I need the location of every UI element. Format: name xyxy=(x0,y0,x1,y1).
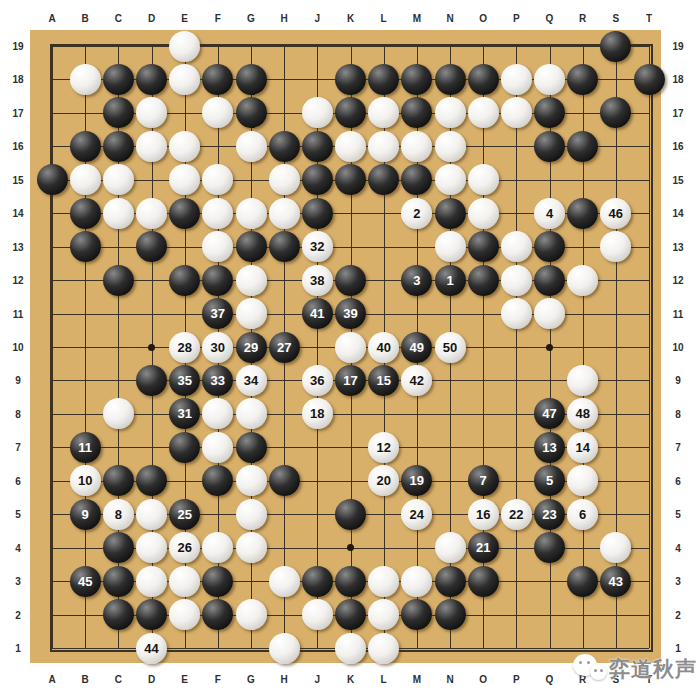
stone-K3 xyxy=(335,566,366,597)
col-label-bottom-H: H xyxy=(281,674,288,685)
stone-E2 xyxy=(169,599,200,630)
stone-J3 xyxy=(302,566,333,597)
col-label-bottom-N: N xyxy=(446,674,453,685)
watermark-text: 弈道秋声 xyxy=(609,655,697,683)
stone-E5: 25 xyxy=(169,499,200,530)
stone-R3 xyxy=(567,566,598,597)
stone-E3 xyxy=(169,566,200,597)
stone-O12 xyxy=(468,265,499,296)
stone-D14 xyxy=(136,198,167,229)
stone-N16 xyxy=(435,131,466,162)
stone-J11: 41 xyxy=(302,298,333,329)
stone-P5: 22 xyxy=(501,499,532,530)
stone-K12 xyxy=(335,265,366,296)
stone-N2 xyxy=(435,599,466,630)
stone-H13 xyxy=(269,231,300,262)
stone-K11: 39 xyxy=(335,298,366,329)
stone-E12 xyxy=(169,265,200,296)
star-point-Q10 xyxy=(546,344,553,351)
row-label-left-5: 5 xyxy=(15,509,21,520)
row-label-right-5: 5 xyxy=(675,509,681,520)
col-label-top-B: B xyxy=(82,13,89,24)
stone-C14 xyxy=(103,198,134,229)
stone-O17 xyxy=(468,97,499,128)
stone-K16 xyxy=(335,131,366,162)
stone-E16 xyxy=(169,131,200,162)
row-label-right-6: 6 xyxy=(675,475,681,486)
stone-K2 xyxy=(335,599,366,630)
col-label-top-K: K xyxy=(347,13,354,24)
col-label-bottom-D: D xyxy=(148,674,155,685)
watermark: 弈道秋声 xyxy=(573,650,695,688)
stone-N18 xyxy=(435,64,466,95)
col-label-top-H: H xyxy=(281,13,288,24)
row-label-right-18: 18 xyxy=(672,74,683,85)
stone-Q12 xyxy=(534,265,565,296)
stone-N17 xyxy=(435,97,466,128)
stone-E19 xyxy=(169,31,200,62)
stone-C5: 8 xyxy=(103,499,134,530)
stone-B3: 45 xyxy=(70,566,101,597)
col-label-top-C: C xyxy=(115,13,122,24)
stone-D18 xyxy=(136,64,167,95)
row-label-left-1: 1 xyxy=(15,643,21,654)
stone-G9: 34 xyxy=(236,365,267,396)
row-label-right-7: 7 xyxy=(675,442,681,453)
stone-B5: 9 xyxy=(70,499,101,530)
stone-C12 xyxy=(103,265,134,296)
stone-Q13 xyxy=(534,231,565,262)
stone-O4: 21 xyxy=(468,532,499,563)
stone-O6: 7 xyxy=(468,465,499,496)
row-label-left-16: 16 xyxy=(12,141,23,152)
col-label-bottom-J: J xyxy=(315,674,321,685)
stone-C18 xyxy=(103,64,134,95)
row-label-left-9: 9 xyxy=(15,375,21,386)
stone-C3 xyxy=(103,566,134,597)
stone-N3 xyxy=(435,566,466,597)
col-label-top-E: E xyxy=(181,13,188,24)
col-label-top-F: F xyxy=(215,13,221,24)
stone-G6 xyxy=(236,465,267,496)
stone-F3 xyxy=(202,566,233,597)
stone-H3 xyxy=(269,566,300,597)
stone-N12: 1 xyxy=(435,265,466,296)
row-label-right-8: 8 xyxy=(675,408,681,419)
col-label-bottom-L: L xyxy=(381,674,387,685)
row-label-left-13: 13 xyxy=(12,241,23,252)
col-label-top-J: J xyxy=(315,13,321,24)
stone-N10: 50 xyxy=(435,332,466,363)
stone-Q11 xyxy=(534,298,565,329)
stone-B15 xyxy=(70,164,101,195)
row-label-left-4: 4 xyxy=(15,542,21,553)
stone-N15 xyxy=(435,164,466,195)
stone-B16 xyxy=(70,131,101,162)
stone-P11 xyxy=(501,298,532,329)
stone-P18 xyxy=(501,64,532,95)
col-label-bottom-M: M xyxy=(413,674,421,685)
stone-N4 xyxy=(435,532,466,563)
stone-G8 xyxy=(236,398,267,429)
stone-F12 xyxy=(202,265,233,296)
stone-O18 xyxy=(468,64,499,95)
board: 2446323831374139283029274049503533343617… xyxy=(30,30,661,663)
stone-G2 xyxy=(236,599,267,630)
stone-H1 xyxy=(269,633,300,664)
row-label-right-19: 19 xyxy=(672,41,683,52)
row-label-left-10: 10 xyxy=(12,342,23,353)
row-label-left-14: 14 xyxy=(12,208,23,219)
stone-J17 xyxy=(302,97,333,128)
stone-L2 xyxy=(368,599,399,630)
stone-M14: 2 xyxy=(401,198,432,229)
stone-O15 xyxy=(468,164,499,195)
stone-Q5: 23 xyxy=(534,499,565,530)
stone-B13 xyxy=(70,231,101,262)
row-label-right-12: 12 xyxy=(672,275,683,286)
stone-H10: 27 xyxy=(269,332,300,363)
stone-P13 xyxy=(501,231,532,262)
stone-Q7: 13 xyxy=(534,432,565,463)
stone-R7: 14 xyxy=(567,432,598,463)
stone-C16 xyxy=(103,131,134,162)
stone-J12: 38 xyxy=(302,265,333,296)
col-label-top-P: P xyxy=(513,13,520,24)
col-label-bottom-A: A xyxy=(48,674,55,685)
stone-T18 xyxy=(634,64,665,95)
stone-B18 xyxy=(70,64,101,95)
stone-Q18 xyxy=(534,64,565,95)
stone-O14 xyxy=(468,198,499,229)
stone-M10: 49 xyxy=(401,332,432,363)
stone-M3 xyxy=(401,566,432,597)
stone-S3: 43 xyxy=(600,566,631,597)
stone-J2 xyxy=(302,599,333,630)
col-label-top-Q: Q xyxy=(546,13,554,24)
row-label-left-18: 18 xyxy=(12,74,23,85)
row-label-left-11: 11 xyxy=(13,308,24,319)
stone-S14: 46 xyxy=(600,198,631,229)
stone-L16 xyxy=(368,131,399,162)
stone-C6 xyxy=(103,465,134,496)
col-label-top-N: N xyxy=(446,13,453,24)
stone-K5 xyxy=(335,499,366,530)
row-label-right-3: 3 xyxy=(675,576,681,587)
col-label-bottom-F: F xyxy=(215,674,221,685)
stone-L10: 40 xyxy=(368,332,399,363)
stone-M16 xyxy=(401,131,432,162)
row-label-right-9: 9 xyxy=(675,375,681,386)
stone-D4 xyxy=(136,532,167,563)
col-label-top-S: S xyxy=(612,13,619,24)
row-label-right-2: 2 xyxy=(675,609,681,620)
stone-R9 xyxy=(567,365,598,396)
stone-D3 xyxy=(136,566,167,597)
stone-J15 xyxy=(302,164,333,195)
stone-G14 xyxy=(236,198,267,229)
stone-G13 xyxy=(236,231,267,262)
col-label-top-D: D xyxy=(148,13,155,24)
col-label-bottom-C: C xyxy=(115,674,122,685)
stone-J8: 18 xyxy=(302,398,333,429)
col-label-top-T: T xyxy=(646,13,652,24)
stone-E7 xyxy=(169,432,200,463)
stone-G10: 29 xyxy=(236,332,267,363)
stone-C8 xyxy=(103,398,134,429)
row-label-left-17: 17 xyxy=(12,107,23,118)
stone-K10 xyxy=(335,332,366,363)
stone-H15 xyxy=(269,164,300,195)
stone-L3 xyxy=(368,566,399,597)
stone-D13 xyxy=(136,231,167,262)
stone-O5: 16 xyxy=(468,499,499,530)
col-label-bottom-Q: Q xyxy=(546,674,554,685)
row-label-right-16: 16 xyxy=(672,141,683,152)
stone-G11 xyxy=(236,298,267,329)
stone-J13: 32 xyxy=(302,231,333,262)
stone-C17 xyxy=(103,97,134,128)
col-label-bottom-B: B xyxy=(82,674,89,685)
stone-F7 xyxy=(202,432,233,463)
stone-C15 xyxy=(103,164,134,195)
stone-G18 xyxy=(236,64,267,95)
row-label-right-14: 14 xyxy=(672,208,683,219)
col-label-top-R: R xyxy=(579,13,586,24)
chat-bubble-icon xyxy=(590,664,607,680)
row-label-right-11: 11 xyxy=(673,308,684,319)
stone-G16 xyxy=(236,131,267,162)
col-label-bottom-K: K xyxy=(347,674,354,685)
stone-K9: 17 xyxy=(335,365,366,396)
stone-H6 xyxy=(269,465,300,496)
stone-Q16 xyxy=(534,131,565,162)
stone-C4 xyxy=(103,532,134,563)
stone-H16 xyxy=(269,131,300,162)
col-label-bottom-E: E xyxy=(181,674,188,685)
row-label-left-15: 15 xyxy=(12,174,23,185)
col-label-top-G: G xyxy=(247,13,255,24)
stone-F10: 30 xyxy=(202,332,233,363)
stone-D9 xyxy=(136,365,167,396)
stone-E9: 35 xyxy=(169,365,200,396)
stone-A15 xyxy=(37,164,68,195)
row-label-left-7: 7 xyxy=(15,442,21,453)
row-label-right-13: 13 xyxy=(672,241,683,252)
stone-J16 xyxy=(302,131,333,162)
stone-N14 xyxy=(435,198,466,229)
stone-G4 xyxy=(236,532,267,563)
stone-L7: 12 xyxy=(368,432,399,463)
col-label-top-A: A xyxy=(48,13,55,24)
row-label-right-15: 15 xyxy=(672,174,683,185)
col-label-bottom-G: G xyxy=(247,674,255,685)
stone-K18 xyxy=(335,64,366,95)
stone-O3 xyxy=(468,566,499,597)
stone-G7 xyxy=(236,432,267,463)
col-label-bottom-P: P xyxy=(513,674,520,685)
stone-D1: 44 xyxy=(136,633,167,664)
stone-R18 xyxy=(567,64,598,95)
stone-B14 xyxy=(70,198,101,229)
stone-G17 xyxy=(236,97,267,128)
row-label-left-2: 2 xyxy=(15,609,21,620)
row-label-right-10: 10 xyxy=(672,342,683,353)
stone-H14 xyxy=(269,198,300,229)
stone-P12 xyxy=(501,265,532,296)
col-label-top-M: M xyxy=(413,13,421,24)
row-label-left-8: 8 xyxy=(15,408,21,419)
stone-M12: 3 xyxy=(401,265,432,296)
row-label-right-17: 17 xyxy=(672,107,683,118)
stone-P17 xyxy=(501,97,532,128)
stone-E18 xyxy=(169,64,200,95)
stone-B6: 10 xyxy=(70,465,101,496)
row-label-left-6: 6 xyxy=(15,475,21,486)
stone-E10: 28 xyxy=(169,332,200,363)
stone-J14 xyxy=(302,198,333,229)
stone-R12 xyxy=(567,265,598,296)
stone-L1 xyxy=(368,633,399,664)
go-diagram: 2446323831374139283029274049503533343617… xyxy=(0,0,700,700)
stone-R5: 6 xyxy=(567,499,598,530)
stone-K1 xyxy=(335,633,366,664)
stone-O13 xyxy=(468,231,499,262)
wechat-bubbles-icon xyxy=(573,652,609,686)
stone-B7: 11 xyxy=(70,432,101,463)
stone-G5 xyxy=(236,499,267,530)
stone-R14 xyxy=(567,198,598,229)
col-label-top-O: O xyxy=(479,13,487,24)
row-label-left-12: 12 xyxy=(12,275,23,286)
stone-S19 xyxy=(600,31,631,62)
stone-L18 xyxy=(368,64,399,95)
stone-D2 xyxy=(136,599,167,630)
stone-G12 xyxy=(236,265,267,296)
row-label-left-3: 3 xyxy=(15,576,21,587)
row-label-left-19: 19 xyxy=(12,41,23,52)
col-label-bottom-O: O xyxy=(479,674,487,685)
stone-L9: 15 xyxy=(368,365,399,396)
stone-R16 xyxy=(567,131,598,162)
stone-Q14: 4 xyxy=(534,198,565,229)
stone-E14 xyxy=(169,198,200,229)
col-label-top-L: L xyxy=(381,13,387,24)
stone-C2 xyxy=(103,599,134,630)
stone-F14 xyxy=(202,198,233,229)
stone-N13 xyxy=(435,231,466,262)
star-point-D10 xyxy=(148,344,155,351)
row-label-right-4: 4 xyxy=(675,542,681,553)
stone-D16 xyxy=(136,131,167,162)
stone-J9: 36 xyxy=(302,365,333,396)
stone-Q4 xyxy=(534,532,565,563)
stone-D5 xyxy=(136,499,167,530)
stone-M5: 24 xyxy=(401,499,432,530)
